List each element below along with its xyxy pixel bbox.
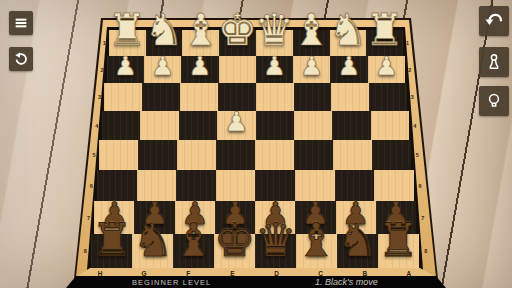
square-c4[interactable] <box>294 111 332 140</box>
piece-wQ[interactable]: ♛ <box>255 8 294 52</box>
rotate-board-button[interactable] <box>9 47 33 71</box>
square-h4[interactable] <box>102 111 140 140</box>
square-b2[interactable]: ♟ <box>330 56 367 83</box>
square-f8[interactable]: ♝ <box>173 234 214 268</box>
square-b8[interactable]: ♞ <box>337 234 378 268</box>
piece-wN[interactable]: ♞ <box>144 8 183 52</box>
move-status: 1. Black's move <box>315 276 378 288</box>
piece-wB[interactable]: ♝ <box>181 8 220 52</box>
square-h3[interactable] <box>104 83 142 111</box>
square-e1[interactable]: ♚ <box>219 30 256 56</box>
piece-style-button[interactable] <box>479 47 509 77</box>
rotate-icon <box>13 51 29 67</box>
piece-bN[interactable]: ♞ <box>337 217 378 263</box>
square-e4[interactable]: ♟ <box>217 111 255 140</box>
square-d4[interactable] <box>256 111 294 140</box>
level-label: BEGINNER LEVEL <box>132 277 211 288</box>
piece-wP[interactable]: ♟ <box>188 53 211 79</box>
board-row-rank-3 <box>104 83 407 111</box>
board-row-rank-5 <box>99 140 411 170</box>
piece-wK[interactable]: ♚ <box>218 8 257 52</box>
square-e5[interactable] <box>216 140 255 170</box>
square-d5[interactable] <box>255 140 294 170</box>
piece-bN[interactable]: ♞ <box>132 217 173 263</box>
board-row-rank-2: ♟♟♟♟♟♟♟ <box>107 56 405 83</box>
board-row-rank-4: ♟ <box>102 111 409 140</box>
undo-move-button[interactable] <box>479 6 509 36</box>
piece-wP[interactable]: ♟ <box>224 108 248 135</box>
pawn-icon <box>484 52 504 72</box>
piece-bR[interactable]: ♜ <box>91 217 132 263</box>
piece-bB[interactable]: ♝ <box>296 217 337 263</box>
app-screen: ♜♞♝♚♛♝♞♜♟♟♟♟♟♟♟♟♟♟♟♟♟♟♟♟♜♞♝♚♛♝♞♜ HGFEDCB… <box>0 0 512 288</box>
square-g4[interactable] <box>140 111 178 140</box>
hint-button[interactable] <box>479 86 509 116</box>
piece-bB[interactable]: ♝ <box>173 217 214 263</box>
square-b4[interactable] <box>332 111 370 140</box>
square-f2[interactable]: ♟ <box>181 56 218 83</box>
square-h5[interactable] <box>99 140 138 170</box>
square-e2[interactable] <box>219 56 256 83</box>
piece-wN[interactable]: ♞ <box>328 8 367 52</box>
hamburger-icon <box>13 15 29 31</box>
piece-wP[interactable]: ♟ <box>151 53 174 79</box>
square-g2[interactable]: ♟ <box>144 56 181 83</box>
lightbulb-icon <box>484 91 504 111</box>
square-a3[interactable] <box>369 83 407 111</box>
square-d3[interactable] <box>256 83 294 111</box>
piece-bK[interactable]: ♚ <box>214 217 255 263</box>
square-a8[interactable]: ♜ <box>378 234 419 268</box>
square-a2[interactable]: ♟ <box>368 56 405 83</box>
square-c2[interactable]: ♟ <box>293 56 330 83</box>
menu-button[interactable] <box>9 11 33 35</box>
square-a4[interactable] <box>371 111 409 140</box>
square-c8[interactable]: ♝ <box>296 234 337 268</box>
undo-arrow-icon <box>484 11 504 31</box>
piece-wR[interactable]: ♜ <box>365 8 404 52</box>
square-h8[interactable]: ♜ <box>91 234 132 268</box>
square-a5[interactable] <box>372 140 411 170</box>
piece-wP[interactable]: ♟ <box>263 53 286 79</box>
square-e8[interactable]: ♚ <box>214 234 255 268</box>
piece-wR[interactable]: ♜ <box>108 8 147 52</box>
piece-wP[interactable]: ♟ <box>114 53 137 79</box>
piece-wP[interactable]: ♟ <box>337 53 360 79</box>
piece-wP[interactable]: ♟ <box>300 53 323 79</box>
square-f4[interactable] <box>179 111 217 140</box>
piece-wP[interactable]: ♟ <box>375 53 398 79</box>
piece-wB[interactable]: ♝ <box>291 8 330 52</box>
square-d8[interactable]: ♛ <box>255 234 296 268</box>
piece-bQ[interactable]: ♛ <box>255 217 296 263</box>
square-b5[interactable] <box>333 140 372 170</box>
square-g8[interactable]: ♞ <box>132 234 173 268</box>
square-h2[interactable]: ♟ <box>107 56 144 83</box>
square-d2[interactable]: ♟ <box>256 56 293 83</box>
square-c5[interactable] <box>294 140 333 170</box>
square-b3[interactable] <box>331 83 369 111</box>
board-row-rank-8: ♜♞♝♚♛♝♞♜ <box>91 234 418 268</box>
square-f3[interactable] <box>180 83 218 111</box>
square-g3[interactable] <box>142 83 180 111</box>
piece-bR[interactable]: ♜ <box>378 217 419 263</box>
square-c3[interactable] <box>294 83 332 111</box>
square-f5[interactable] <box>177 140 216 170</box>
chess-board: ♜♞♝♚♛♝♞♜♟♟♟♟♟♟♟♟♟♟♟♟♟♟♟♟♜♞♝♚♛♝♞♜ <box>0 0 512 288</box>
square-g5[interactable] <box>138 140 177 170</box>
